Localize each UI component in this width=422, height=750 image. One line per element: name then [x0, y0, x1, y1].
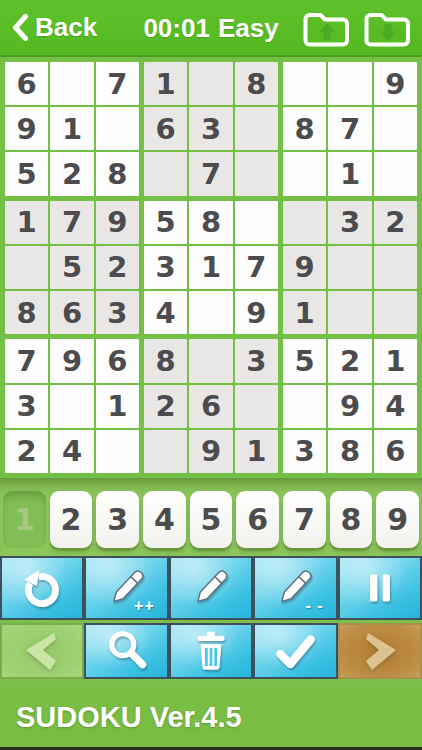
undo-button[interactable]	[0, 556, 84, 620]
cell-r7c9[interactable]: 1	[374, 339, 417, 382]
bottom-bar: SUDOKU Ver.4.5	[0, 687, 422, 750]
search-icon	[104, 628, 150, 674]
board-box-4: 17952863	[5, 201, 139, 335]
cell-r1c8[interactable]	[328, 62, 371, 105]
cell-r9c6[interactable]: 1	[235, 430, 278, 473]
cell-r6c4[interactable]: 4	[144, 291, 187, 334]
cell-r6c2[interactable]: 6	[50, 291, 93, 334]
cell-r3c2[interactable]: 2	[50, 152, 93, 195]
cell-r8c5[interactable]: 6	[189, 385, 232, 428]
pencil-remove-marks-button[interactable]: - -	[253, 556, 337, 620]
cell-r2c4[interactable]: 6	[144, 107, 187, 150]
cell-r3c8[interactable]: 1	[328, 152, 371, 195]
key-7[interactable]: 7	[283, 491, 326, 548]
key-8[interactable]: 8	[330, 491, 373, 548]
cell-r2c1[interactable]: 9	[5, 107, 48, 150]
check-button[interactable]	[253, 623, 337, 679]
cell-r7c6[interactable]: 3	[235, 339, 278, 382]
cell-r5c3[interactable]: 2	[96, 246, 139, 289]
difficulty-label: Easy	[218, 12, 279, 42]
cell-r5c6[interactable]: 7	[235, 246, 278, 289]
cell-r1c1[interactable]: 6	[5, 62, 48, 105]
cell-r8c4[interactable]: 2	[144, 385, 187, 428]
chevron-left-icon	[12, 14, 28, 41]
trash-button[interactable]	[169, 623, 253, 679]
cell-r4c6[interactable]	[235, 201, 278, 244]
toolbar-row-2	[0, 623, 422, 679]
cell-r4c5[interactable]: 8	[189, 201, 232, 244]
board-box-7: 7963124	[5, 339, 139, 473]
cell-r1c9[interactable]: 9	[374, 62, 417, 105]
version-text: SUDOKU Ver.4.5	[16, 701, 242, 734]
check-icon	[272, 628, 318, 674]
key-5[interactable]: 5	[190, 491, 233, 548]
folder-download-icon[interactable]	[364, 8, 412, 48]
sudoku-board: 6791528186379871179528635831749329179631…	[5, 62, 417, 473]
cell-r1c5[interactable]	[189, 62, 232, 105]
cell-r6c3[interactable]: 3	[96, 291, 139, 334]
cell-r9c3[interactable]	[96, 430, 139, 473]
key-2[interactable]: 2	[50, 491, 93, 548]
cell-r5c8[interactable]	[328, 246, 371, 289]
cell-r2c7[interactable]: 8	[283, 107, 326, 150]
cell-r7c5[interactable]	[189, 339, 232, 382]
sudoku-board-frame: 6791528186379871179528635831749329179631…	[0, 57, 422, 478]
cell-r5c2[interactable]: 5	[50, 246, 93, 289]
top-bar: Back 00:01Easy	[0, 0, 422, 57]
board-box-6: 3291	[283, 201, 417, 335]
prev-button[interactable]	[0, 623, 84, 679]
next-button[interactable]	[338, 623, 422, 679]
cell-r3c4[interactable]	[144, 152, 187, 195]
cell-r4c7[interactable]	[283, 201, 326, 244]
cell-r5c9[interactable]	[374, 246, 417, 289]
cell-r9c4[interactable]	[144, 430, 187, 473]
cell-r6c6[interactable]: 9	[235, 291, 278, 334]
pencil-icon	[188, 565, 234, 611]
pause-button[interactable]	[338, 556, 422, 620]
pencil-write-button[interactable]	[169, 556, 253, 620]
cell-r3c3[interactable]: 8	[96, 152, 139, 195]
cell-r3c5[interactable]: 7	[189, 152, 232, 195]
board-box-8: 832691	[144, 339, 278, 473]
cell-r1c4[interactable]: 1	[144, 62, 187, 105]
cell-r6c1[interactable]: 8	[5, 291, 48, 334]
cell-r2c3[interactable]	[96, 107, 139, 150]
cell-r4c2[interactable]: 7	[50, 201, 93, 244]
arrow-right-icon	[356, 628, 404, 674]
cell-r5c4[interactable]: 3	[144, 246, 187, 289]
cell-r1c3[interactable]: 7	[96, 62, 139, 105]
cell-r2c6[interactable]	[235, 107, 278, 150]
cell-r7c1[interactable]: 7	[5, 339, 48, 382]
cell-r6c7[interactable]: 1	[283, 291, 326, 334]
cell-r7c3[interactable]: 6	[96, 339, 139, 382]
cell-r9c5[interactable]: 9	[189, 430, 232, 473]
cell-r9c8[interactable]: 8	[328, 430, 371, 473]
cell-r6c5[interactable]	[189, 291, 232, 334]
cell-r2c9[interactable]	[374, 107, 417, 150]
back-label: Back	[35, 12, 97, 43]
cell-r7c4[interactable]: 8	[144, 339, 187, 382]
key-4[interactable]: 4	[143, 491, 186, 548]
trash-icon	[188, 628, 234, 674]
cell-r8c9[interactable]: 4	[374, 385, 417, 428]
top-bar-actions	[303, 8, 412, 48]
key-1[interactable]: 1	[3, 491, 46, 548]
cell-r1c6[interactable]: 8	[235, 62, 278, 105]
cell-r4c8[interactable]: 3	[328, 201, 371, 244]
cell-r3c7[interactable]	[283, 152, 326, 195]
cell-r4c3[interactable]: 9	[96, 201, 139, 244]
cell-r5c7[interactable]: 9	[283, 246, 326, 289]
arrow-left-icon	[18, 628, 66, 674]
cell-r9c7[interactable]: 3	[283, 430, 326, 473]
undo-icon	[19, 565, 65, 611]
cell-r5c1[interactable]	[5, 246, 48, 289]
cell-r7c8[interactable]: 2	[328, 339, 371, 382]
folder-upload-icon[interactable]	[303, 8, 351, 48]
cell-r8c2[interactable]	[50, 385, 93, 428]
cell-r8c8[interactable]: 9	[328, 385, 371, 428]
cell-r6c8[interactable]	[328, 291, 371, 334]
key-6[interactable]: 6	[236, 491, 279, 548]
pencil-add-marks-button[interactable]: ++	[84, 556, 168, 620]
cell-r8c3[interactable]: 1	[96, 385, 139, 428]
cell-r9c9[interactable]: 6	[374, 430, 417, 473]
board-box-3: 9871	[283, 62, 417, 196]
search-button[interactable]	[84, 623, 168, 679]
cell-r3c9[interactable]	[374, 152, 417, 195]
back-button[interactable]: Back	[12, 12, 97, 43]
cell-r5c5[interactable]: 1	[189, 246, 232, 289]
cell-r8c1[interactable]: 3	[5, 385, 48, 428]
cell-r9c2[interactable]: 4	[50, 430, 93, 473]
cell-r3c1[interactable]: 5	[5, 152, 48, 195]
cell-r8c7[interactable]	[283, 385, 326, 428]
cell-r1c2[interactable]	[50, 62, 93, 105]
key-3[interactable]: 3	[96, 491, 139, 548]
page-title: 00:01Easy	[143, 12, 278, 43]
plus-plus-badge: ++	[134, 597, 155, 615]
cell-r4c9[interactable]: 2	[374, 201, 417, 244]
cell-r2c5[interactable]: 3	[189, 107, 232, 150]
pause-icon	[357, 565, 403, 611]
cell-r7c2[interactable]: 9	[50, 339, 93, 382]
cell-r9c1[interactable]: 2	[5, 430, 48, 473]
board-box-2: 18637	[144, 62, 278, 196]
toolbar-row-1: ++ - -	[0, 556, 422, 620]
cell-r4c1[interactable]: 1	[5, 201, 48, 244]
minus-minus-badge: - -	[305, 597, 323, 615]
cell-r6c9[interactable]	[374, 291, 417, 334]
cell-r2c8[interactable]: 7	[328, 107, 371, 150]
cell-r8c6[interactable]	[235, 385, 278, 428]
board-box-1: 6791528	[5, 62, 139, 196]
cell-r2c2[interactable]: 1	[50, 107, 93, 150]
board-box-5: 5831749	[144, 201, 278, 335]
number-keypad: 123456789	[0, 478, 422, 556]
timer-text: 00:01	[143, 12, 210, 42]
cell-r1c7[interactable]	[283, 62, 326, 105]
cell-r7c7[interactable]: 5	[283, 339, 326, 382]
cell-r4c4[interactable]: 5	[144, 201, 187, 244]
key-9[interactable]: 9	[376, 491, 419, 548]
cell-r3c6[interactable]	[235, 152, 278, 195]
board-box-9: 52194386	[283, 339, 417, 473]
